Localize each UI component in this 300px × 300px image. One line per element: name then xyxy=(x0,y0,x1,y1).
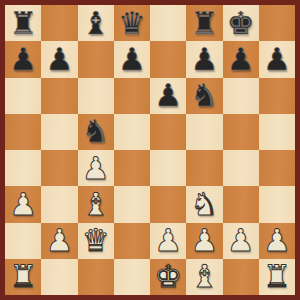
square-a6[interactable] xyxy=(5,78,41,114)
square-e3[interactable] xyxy=(150,186,186,222)
square-e6[interactable]: ♟ xyxy=(150,78,186,114)
piece-white-rook: ♜ xyxy=(263,261,291,292)
piece-black-pawn: ♟ xyxy=(9,44,37,75)
piece-black-bishop: ♝ xyxy=(82,8,110,39)
piece-white-rook: ♜ xyxy=(9,261,37,292)
piece-black-knight: ♞ xyxy=(82,116,110,147)
square-c6[interactable] xyxy=(78,78,114,114)
piece-white-pawn: ♟ xyxy=(82,153,110,184)
square-b7[interactable]: ♟ xyxy=(41,41,77,77)
square-f5[interactable] xyxy=(186,114,222,150)
piece-black-king: ♚ xyxy=(227,8,255,39)
square-h3[interactable] xyxy=(259,186,295,222)
square-g6[interactable] xyxy=(223,78,259,114)
piece-black-rook: ♜ xyxy=(9,8,37,39)
chess-board-grid: ♜♝♛♜♚♟♟♟♟♟♟♟♞♞♟♟♝♞♟♛♟♟♟♟♜♚♝♜ xyxy=(5,5,295,295)
square-b6[interactable] xyxy=(41,78,77,114)
square-c2[interactable]: ♛ xyxy=(78,223,114,259)
square-f6[interactable]: ♞ xyxy=(186,78,222,114)
square-c4[interactable]: ♟ xyxy=(78,150,114,186)
square-g8[interactable]: ♚ xyxy=(223,5,259,41)
piece-black-pawn: ♟ xyxy=(263,44,291,75)
square-h5[interactable] xyxy=(259,114,295,150)
piece-white-pawn: ♟ xyxy=(9,189,37,220)
square-f4[interactable] xyxy=(186,150,222,186)
piece-black-pawn: ♟ xyxy=(118,44,146,75)
chess-board: ♜♝♛♜♚♟♟♟♟♟♟♟♞♞♟♟♝♞♟♛♟♟♟♟♜♚♝♜ xyxy=(0,0,300,300)
square-g7[interactable]: ♟ xyxy=(223,41,259,77)
square-c5[interactable]: ♞ xyxy=(78,114,114,150)
piece-white-pawn: ♟ xyxy=(263,225,291,256)
square-d3[interactable] xyxy=(114,186,150,222)
square-h4[interactable] xyxy=(259,150,295,186)
square-f7[interactable]: ♟ xyxy=(186,41,222,77)
square-d4[interactable] xyxy=(114,150,150,186)
piece-white-pawn: ♟ xyxy=(154,225,182,256)
square-a2[interactable] xyxy=(5,223,41,259)
square-e7[interactable] xyxy=(150,41,186,77)
piece-black-pawn: ♟ xyxy=(190,44,218,75)
square-e8[interactable] xyxy=(150,5,186,41)
square-c7[interactable] xyxy=(78,41,114,77)
square-d1[interactable] xyxy=(114,259,150,295)
square-g3[interactable] xyxy=(223,186,259,222)
square-f1[interactable]: ♝ xyxy=(186,259,222,295)
square-h7[interactable]: ♟ xyxy=(259,41,295,77)
square-e5[interactable] xyxy=(150,114,186,150)
piece-white-knight: ♞ xyxy=(190,189,218,220)
square-b4[interactable] xyxy=(41,150,77,186)
piece-black-pawn: ♟ xyxy=(45,44,73,75)
square-g2[interactable]: ♟ xyxy=(223,223,259,259)
square-d2[interactable] xyxy=(114,223,150,259)
piece-black-queen: ♛ xyxy=(118,8,146,39)
square-b1[interactable] xyxy=(41,259,77,295)
square-a8[interactable]: ♜ xyxy=(5,5,41,41)
square-b5[interactable] xyxy=(41,114,77,150)
square-g5[interactable] xyxy=(223,114,259,150)
square-a1[interactable]: ♜ xyxy=(5,259,41,295)
square-b3[interactable] xyxy=(41,186,77,222)
square-a5[interactable] xyxy=(5,114,41,150)
piece-white-king: ♚ xyxy=(154,261,182,292)
square-c3[interactable]: ♝ xyxy=(78,186,114,222)
square-d8[interactable]: ♛ xyxy=(114,5,150,41)
square-e1[interactable]: ♚ xyxy=(150,259,186,295)
square-d5[interactable] xyxy=(114,114,150,150)
square-h1[interactable]: ♜ xyxy=(259,259,295,295)
square-d6[interactable] xyxy=(114,78,150,114)
square-b8[interactable] xyxy=(41,5,77,41)
square-h8[interactable] xyxy=(259,5,295,41)
square-f8[interactable]: ♜ xyxy=(186,5,222,41)
piece-black-pawn: ♟ xyxy=(227,44,255,75)
square-f3[interactable]: ♞ xyxy=(186,186,222,222)
square-g1[interactable] xyxy=(223,259,259,295)
square-a7[interactable]: ♟ xyxy=(5,41,41,77)
square-a3[interactable]: ♟ xyxy=(5,186,41,222)
piece-black-pawn: ♟ xyxy=(154,80,182,111)
piece-white-pawn: ♟ xyxy=(45,225,73,256)
square-a4[interactable] xyxy=(5,150,41,186)
square-e2[interactable]: ♟ xyxy=(150,223,186,259)
piece-white-pawn: ♟ xyxy=(227,225,255,256)
square-h6[interactable] xyxy=(259,78,295,114)
square-d7[interactable]: ♟ xyxy=(114,41,150,77)
square-e4[interactable] xyxy=(150,150,186,186)
piece-black-rook: ♜ xyxy=(190,8,218,39)
piece-white-bishop: ♝ xyxy=(82,189,110,220)
square-g4[interactable] xyxy=(223,150,259,186)
piece-white-pawn: ♟ xyxy=(190,225,218,256)
square-c8[interactable]: ♝ xyxy=(78,5,114,41)
square-f2[interactable]: ♟ xyxy=(186,223,222,259)
piece-white-queen: ♛ xyxy=(82,225,110,256)
square-b2[interactable]: ♟ xyxy=(41,223,77,259)
square-h2[interactable]: ♟ xyxy=(259,223,295,259)
piece-black-knight: ♞ xyxy=(190,80,218,111)
piece-white-bishop: ♝ xyxy=(190,261,218,292)
square-c1[interactable] xyxy=(78,259,114,295)
